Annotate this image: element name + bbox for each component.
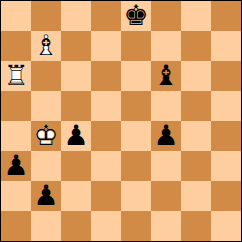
square-a2[interactable] — [1, 181, 31, 211]
square-a8[interactable] — [1, 1, 31, 31]
black-king-glyph: ♚ — [121, 1, 151, 31]
square-d7[interactable] — [91, 31, 121, 61]
square-d6[interactable] — [91, 61, 121, 91]
square-g7[interactable] — [181, 31, 211, 61]
square-e7[interactable] — [121, 31, 151, 61]
chess-board: ♚♝♗♜♖♝♚♔♟♟♟♟ — [0, 0, 242, 242]
black-pawn-glyph: ♟ — [151, 121, 181, 151]
white-king-glyph-outline: ♔ — [31, 121, 61, 151]
piece-white-king[interactable]: ♚♔ — [31, 121, 61, 151]
black-bishop-glyph: ♝ — [151, 61, 181, 91]
white-bishop-glyph-outline: ♗ — [31, 31, 61, 61]
piece-black-pawn[interactable]: ♟ — [31, 181, 61, 211]
square-c4[interactable]: ♟ — [61, 121, 91, 151]
square-d8[interactable] — [91, 1, 121, 31]
piece-white-bishop[interactable]: ♝♗ — [31, 31, 61, 61]
square-d4[interactable] — [91, 121, 121, 151]
square-a4[interactable] — [1, 121, 31, 151]
square-d5[interactable] — [91, 91, 121, 121]
square-f3[interactable] — [151, 151, 181, 181]
square-b1[interactable] — [31, 211, 61, 241]
square-c2[interactable] — [61, 181, 91, 211]
square-b8[interactable] — [31, 1, 61, 31]
square-e2[interactable] — [121, 181, 151, 211]
square-g3[interactable] — [181, 151, 211, 181]
square-c5[interactable] — [61, 91, 91, 121]
square-c8[interactable] — [61, 1, 91, 31]
square-c7[interactable] — [61, 31, 91, 61]
square-e8[interactable]: ♚ — [121, 1, 151, 31]
square-b4[interactable]: ♚♔ — [31, 121, 61, 151]
square-e4[interactable] — [121, 121, 151, 151]
square-g8[interactable] — [181, 1, 211, 31]
square-h8[interactable] — [211, 1, 241, 31]
black-pawn-glyph: ♟ — [61, 121, 91, 151]
square-g6[interactable] — [181, 61, 211, 91]
square-b5[interactable] — [31, 91, 61, 121]
square-f2[interactable] — [151, 181, 181, 211]
square-h2[interactable] — [211, 181, 241, 211]
square-h6[interactable] — [211, 61, 241, 91]
white-rook-glyph-outline: ♖ — [1, 61, 31, 91]
square-d1[interactable] — [91, 211, 121, 241]
piece-black-pawn[interactable]: ♟ — [151, 121, 181, 151]
square-f7[interactable] — [151, 31, 181, 61]
square-f8[interactable] — [151, 1, 181, 31]
square-h7[interactable] — [211, 31, 241, 61]
square-d3[interactable] — [91, 151, 121, 181]
square-b6[interactable] — [31, 61, 61, 91]
black-pawn-glyph: ♟ — [31, 181, 61, 211]
black-pawn-glyph: ♟ — [1, 151, 31, 181]
square-g4[interactable] — [181, 121, 211, 151]
square-f6[interactable]: ♝ — [151, 61, 181, 91]
piece-black-pawn[interactable]: ♟ — [61, 121, 91, 151]
square-e3[interactable] — [121, 151, 151, 181]
square-b7[interactable]: ♝♗ — [31, 31, 61, 61]
square-a7[interactable] — [1, 31, 31, 61]
square-c1[interactable] — [61, 211, 91, 241]
square-h1[interactable] — [211, 211, 241, 241]
square-a6[interactable]: ♜♖ — [1, 61, 31, 91]
square-d2[interactable] — [91, 181, 121, 211]
square-g5[interactable] — [181, 91, 211, 121]
square-h5[interactable] — [211, 91, 241, 121]
square-h4[interactable] — [211, 121, 241, 151]
square-g2[interactable] — [181, 181, 211, 211]
piece-black-bishop[interactable]: ♝ — [151, 61, 181, 91]
square-a3[interactable]: ♟ — [1, 151, 31, 181]
square-f5[interactable] — [151, 91, 181, 121]
piece-black-pawn[interactable]: ♟ — [1, 151, 31, 181]
piece-black-king[interactable]: ♚ — [121, 1, 151, 31]
piece-white-rook[interactable]: ♜♖ — [1, 61, 31, 91]
square-b3[interactable] — [31, 151, 61, 181]
square-g1[interactable] — [181, 211, 211, 241]
square-c3[interactable] — [61, 151, 91, 181]
square-c6[interactable] — [61, 61, 91, 91]
square-a5[interactable] — [1, 91, 31, 121]
square-a1[interactable] — [1, 211, 31, 241]
square-b2[interactable]: ♟ — [31, 181, 61, 211]
square-e6[interactable] — [121, 61, 151, 91]
square-f1[interactable] — [151, 211, 181, 241]
square-f4[interactable]: ♟ — [151, 121, 181, 151]
square-e1[interactable] — [121, 211, 151, 241]
square-h3[interactable] — [211, 151, 241, 181]
square-e5[interactable] — [121, 91, 151, 121]
